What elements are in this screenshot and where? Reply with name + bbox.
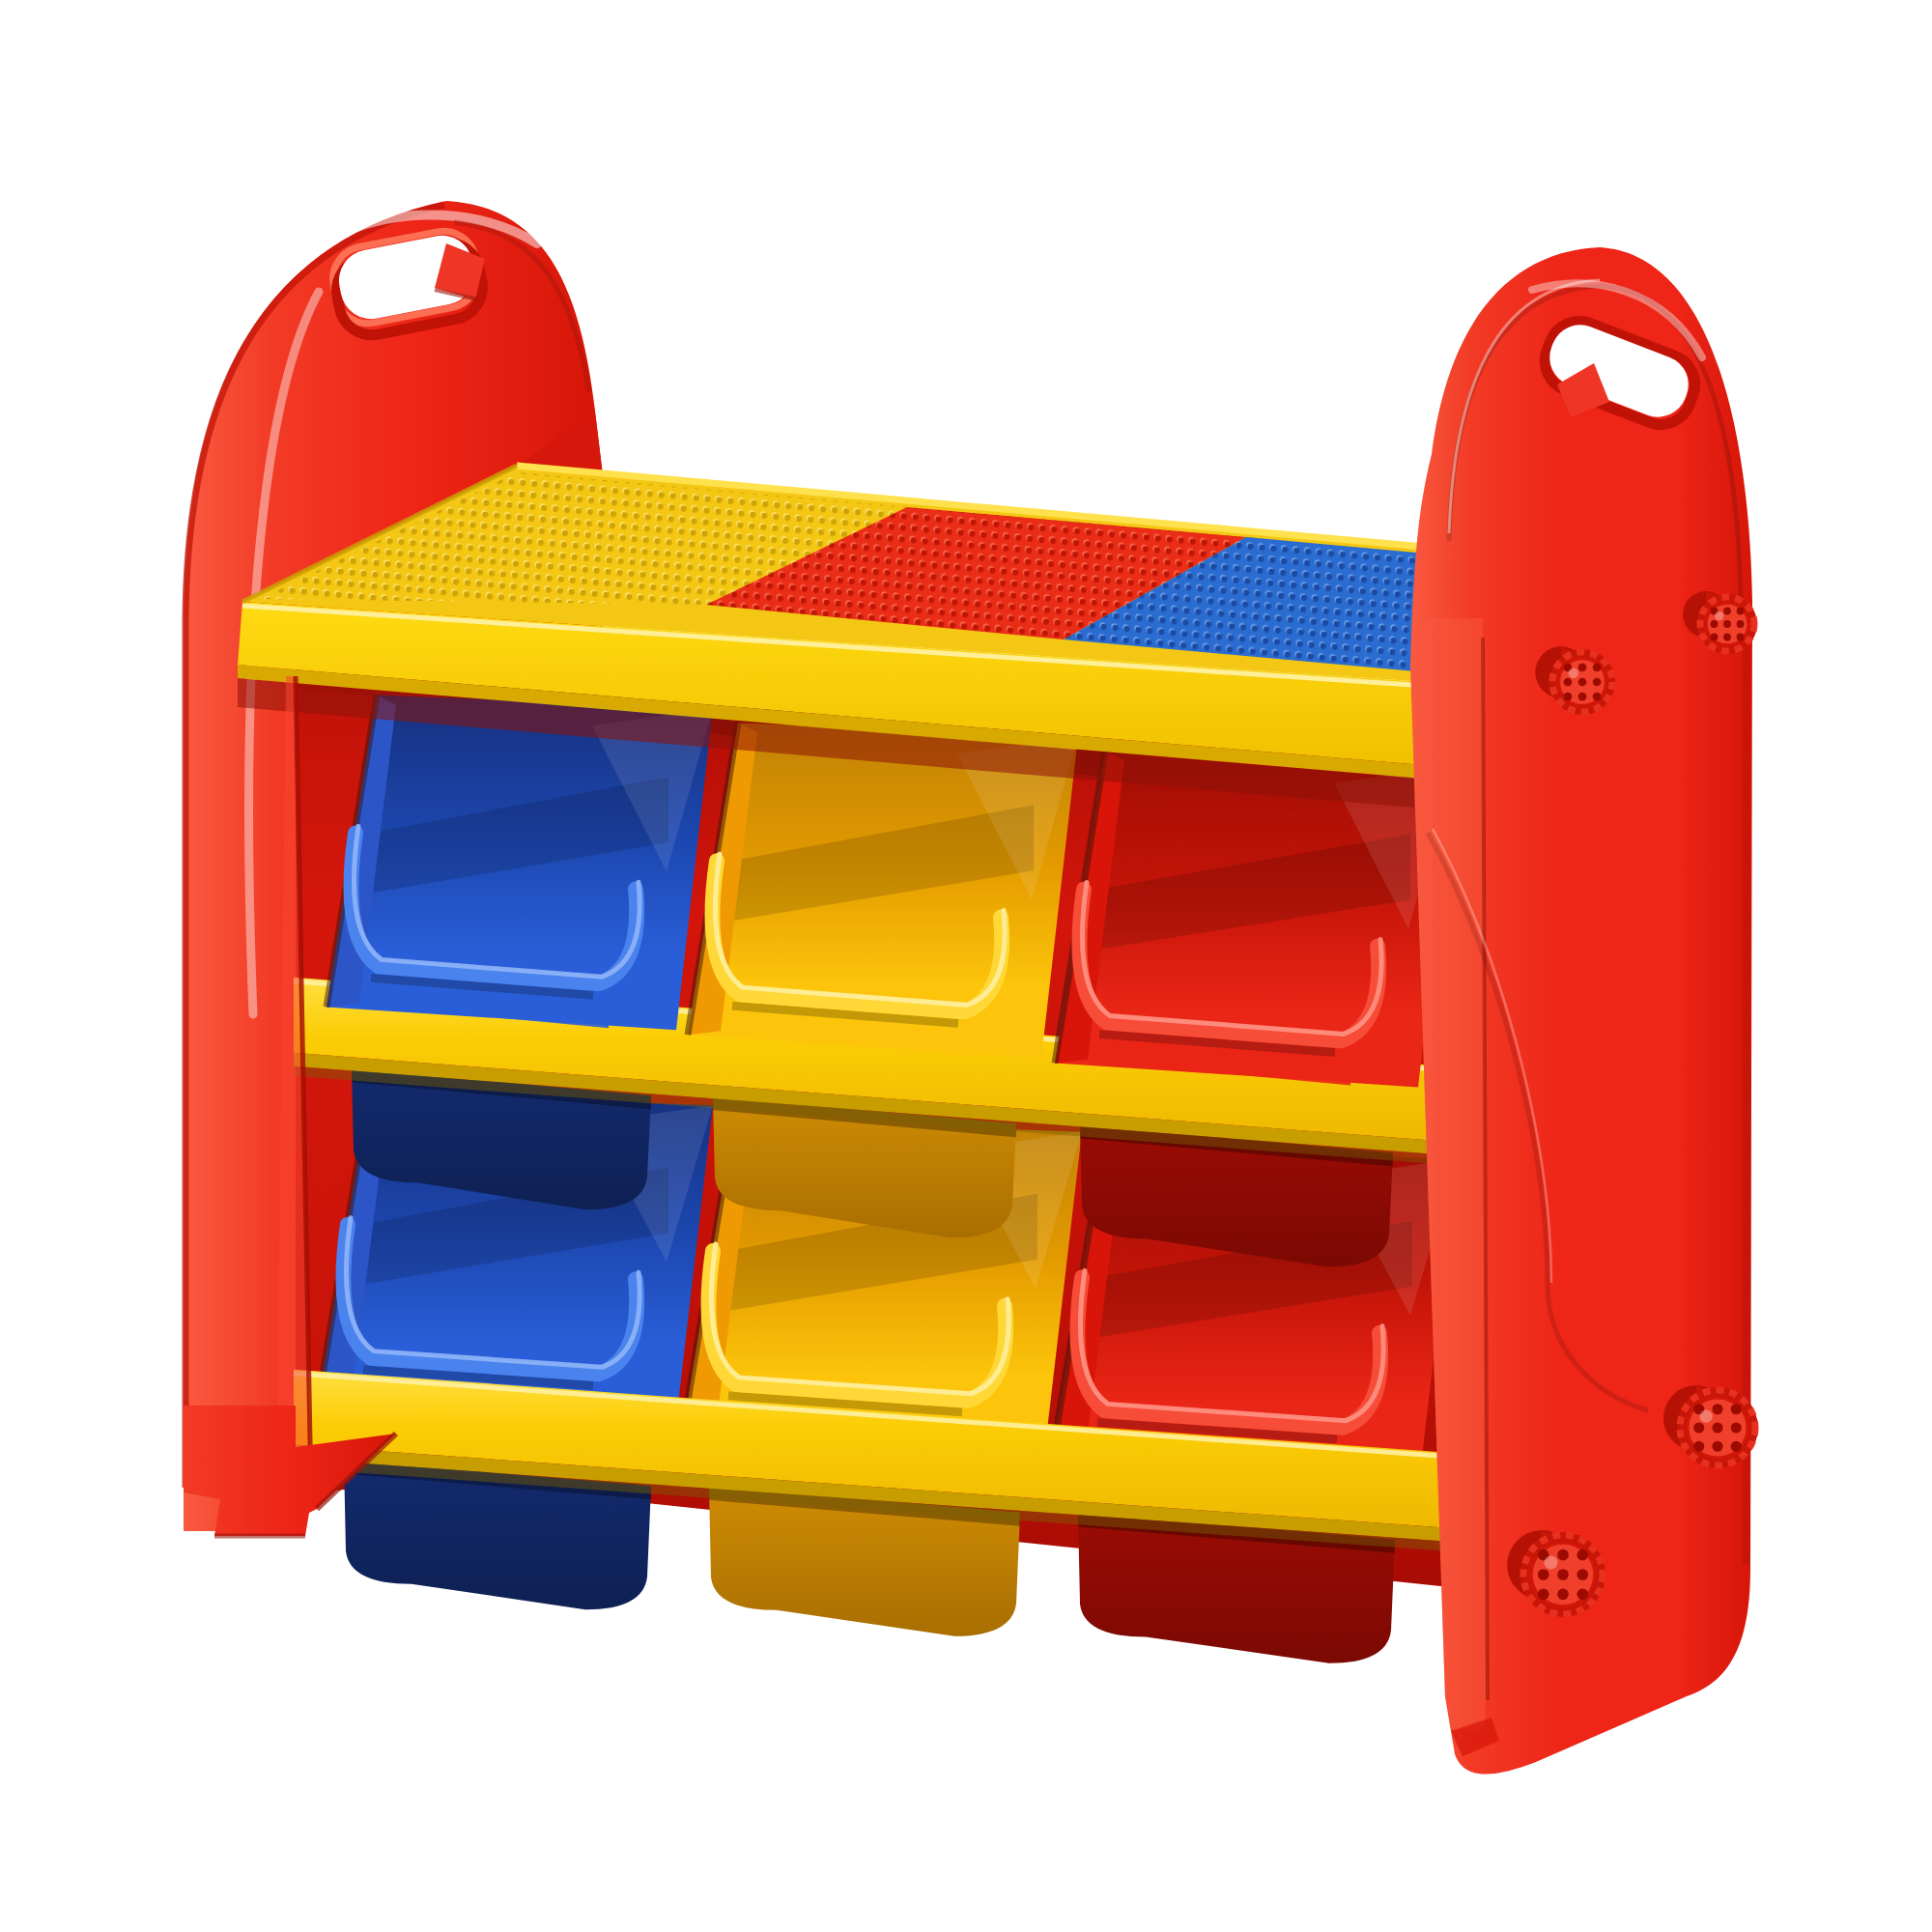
knob-pin: [1577, 1549, 1588, 1561]
knob-pin: [1731, 1404, 1742, 1414]
knob-pin: [1578, 664, 1587, 672]
knob-pin: [1557, 1588, 1569, 1600]
knob-pin: [1593, 693, 1602, 701]
top-bin-blue: [327, 695, 713, 1030]
knob-pin: [1712, 1422, 1722, 1433]
knob-pin: [1593, 664, 1602, 672]
knob-pin: [1564, 678, 1573, 687]
knob-pin: [1731, 1422, 1742, 1433]
knob-pin: [1723, 608, 1731, 615]
knob-pin: [1712, 1441, 1722, 1452]
right-side-panel: [1410, 247, 1758, 1775]
knob-pin: [1577, 1569, 1588, 1580]
knob-highlight: [1715, 611, 1723, 620]
knob-pin: [1577, 1588, 1588, 1600]
knob-pin: [1578, 693, 1587, 701]
knob-pin: [1737, 608, 1745, 615]
knob-pin: [1564, 693, 1573, 701]
knob-highlight: [1545, 1556, 1558, 1570]
knob-pin: [1711, 634, 1719, 641]
knob-pin: [1723, 634, 1731, 641]
knob-pin: [1693, 1441, 1704, 1452]
knob-pin: [1593, 678, 1602, 687]
knob-pin: [1693, 1422, 1704, 1433]
knob-pin: [1737, 620, 1745, 628]
knob-pin: [1731, 1441, 1742, 1452]
knob-pin: [1737, 634, 1745, 641]
knob-pin: [1538, 1569, 1549, 1580]
product-photo-stage: [0, 0, 1932, 1932]
organizer-illustration: [0, 0, 1932, 1932]
knob-pin: [1578, 678, 1587, 687]
knob-pin: [1557, 1549, 1569, 1561]
knob-pin: [1538, 1588, 1549, 1600]
knob-highlight: [1569, 668, 1578, 678]
knob-pin: [1712, 1404, 1722, 1414]
knob-highlight: [1700, 1410, 1713, 1423]
knob-pin: [1723, 620, 1731, 628]
knob-pin: [1557, 1569, 1569, 1580]
knob-pin: [1711, 620, 1719, 628]
